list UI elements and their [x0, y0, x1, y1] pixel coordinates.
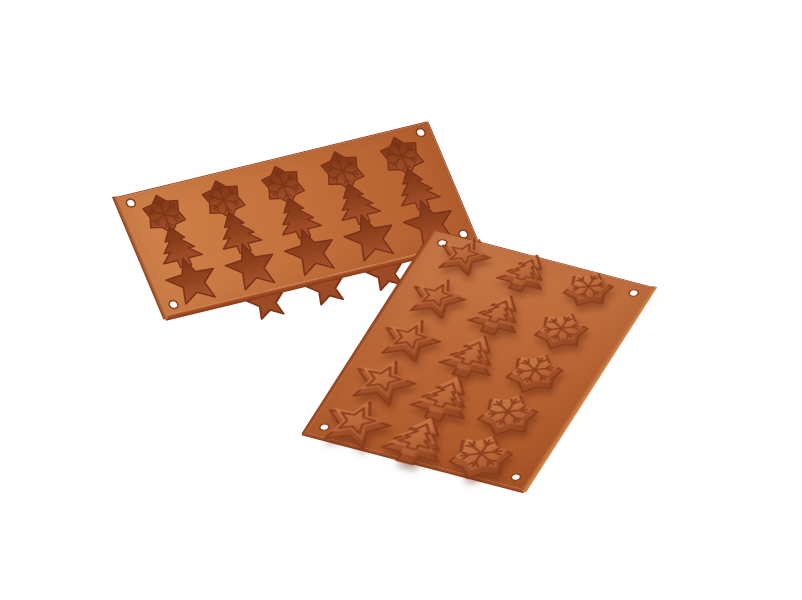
bump-snowflake: [558, 268, 618, 311]
bump-tree: [493, 249, 559, 295]
bump-star: [372, 314, 450, 365]
bump-star: [430, 233, 498, 278]
cavity-snowflake: [317, 148, 368, 194]
cavity-snowflake: [198, 177, 249, 223]
cavity-tree: [388, 164, 443, 213]
bump-snowflake: [472, 390, 544, 442]
cavity-tree: [329, 179, 384, 228]
product-photo-stage: [0, 0, 802, 600]
cavity-tree: [150, 222, 205, 271]
bump-tree: [406, 370, 486, 426]
cavity-tree: [210, 208, 265, 257]
bump-star: [343, 354, 425, 408]
cavity-snowflake: [258, 162, 309, 208]
bump-tree: [464, 290, 535, 339]
cavity-tree: [269, 193, 324, 242]
bump-tree: [435, 330, 511, 382]
bump-star: [401, 273, 474, 321]
bump-snowflake: [529, 309, 593, 355]
cavity-snowflake: [139, 191, 190, 237]
bump-tree: [377, 411, 462, 470]
cavity-snowflake: [377, 133, 428, 179]
bump-snowflake: [443, 430, 519, 484]
bump-snowflake: [501, 349, 569, 398]
